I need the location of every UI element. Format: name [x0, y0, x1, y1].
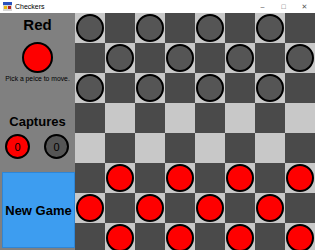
- square-r3c4[interactable]: [195, 103, 225, 133]
- checkers-window: Checkers – □ ✕ Red Pick a peice to move.…: [0, 0, 315, 250]
- red-piece[interactable]: [226, 164, 254, 192]
- black-piece[interactable]: [166, 44, 194, 72]
- square-r1c2[interactable]: [135, 43, 165, 73]
- square-r3c1[interactable]: [105, 103, 135, 133]
- red-piece[interactable]: [76, 194, 104, 222]
- square-r4c3[interactable]: [165, 133, 195, 163]
- square-r0c2[interactable]: [135, 13, 165, 43]
- minimize-button[interactable]: –: [252, 0, 273, 13]
- square-r5c7[interactable]: [285, 163, 315, 193]
- square-r1c1[interactable]: [105, 43, 135, 73]
- square-r2c0[interactable]: [75, 73, 105, 103]
- black-piece[interactable]: [256, 74, 284, 102]
- square-r4c6[interactable]: [255, 133, 285, 163]
- square-r6c5[interactable]: [225, 193, 255, 223]
- titlebar: Checkers – □ ✕: [0, 0, 315, 13]
- captures-label: Captures: [0, 114, 75, 129]
- red-piece[interactable]: [286, 164, 314, 192]
- app-icon: [3, 2, 12, 11]
- square-r5c2[interactable]: [135, 163, 165, 193]
- square-r0c1[interactable]: [105, 13, 135, 43]
- red-piece[interactable]: [256, 194, 284, 222]
- black-piece[interactable]: [136, 74, 164, 102]
- square-r0c4[interactable]: [195, 13, 225, 43]
- black-piece[interactable]: [196, 74, 224, 102]
- red-piece[interactable]: [286, 224, 314, 250]
- square-r6c7[interactable]: [285, 193, 315, 223]
- square-r6c0[interactable]: [75, 193, 105, 223]
- square-r6c4[interactable]: [195, 193, 225, 223]
- close-button[interactable]: ✕: [294, 0, 315, 13]
- square-r3c3[interactable]: [165, 103, 195, 133]
- maximize-button[interactable]: □: [273, 0, 294, 13]
- square-r1c4[interactable]: [195, 43, 225, 73]
- window-controls: – □ ✕: [252, 0, 315, 13]
- square-r0c7[interactable]: [285, 13, 315, 43]
- square-r5c3[interactable]: [165, 163, 195, 193]
- square-r2c1[interactable]: [105, 73, 135, 103]
- square-r0c3[interactable]: [165, 13, 195, 43]
- red-piece[interactable]: [226, 224, 254, 250]
- black-piece[interactable]: [76, 74, 104, 102]
- red-captures-counter: 0: [5, 134, 30, 159]
- square-r7c3[interactable]: [165, 223, 195, 250]
- square-r5c6[interactable]: [255, 163, 285, 193]
- red-piece[interactable]: [136, 194, 164, 222]
- main-content: Red Pick a peice to move. Captures 0 0 N…: [0, 13, 315, 250]
- square-r7c4[interactable]: [195, 223, 225, 250]
- red-piece[interactable]: [166, 224, 194, 250]
- square-r3c2[interactable]: [135, 103, 165, 133]
- red-piece[interactable]: [196, 194, 224, 222]
- square-r4c5[interactable]: [225, 133, 255, 163]
- red-piece[interactable]: [166, 164, 194, 192]
- square-r7c1[interactable]: [105, 223, 135, 250]
- square-r5c1[interactable]: [105, 163, 135, 193]
- checkers-board: [75, 13, 315, 250]
- square-r4c7[interactable]: [285, 133, 315, 163]
- square-r7c5[interactable]: [225, 223, 255, 250]
- sidebar: Red Pick a peice to move. Captures 0 0 N…: [0, 13, 75, 250]
- square-r6c6[interactable]: [255, 193, 285, 223]
- square-r4c2[interactable]: [135, 133, 165, 163]
- black-piece[interactable]: [196, 14, 224, 42]
- square-r1c7[interactable]: [285, 43, 315, 73]
- square-r5c4[interactable]: [195, 163, 225, 193]
- square-r6c1[interactable]: [105, 193, 135, 223]
- black-piece[interactable]: [76, 14, 104, 42]
- square-r3c5[interactable]: [225, 103, 255, 133]
- square-r0c6[interactable]: [255, 13, 285, 43]
- square-r4c1[interactable]: [105, 133, 135, 163]
- black-piece[interactable]: [136, 14, 164, 42]
- square-r2c4[interactable]: [195, 73, 225, 103]
- square-r5c5[interactable]: [225, 163, 255, 193]
- black-piece[interactable]: [226, 44, 254, 72]
- square-r4c4[interactable]: [195, 133, 225, 163]
- square-r1c6[interactable]: [255, 43, 285, 73]
- square-r3c7[interactable]: [285, 103, 315, 133]
- new-game-button[interactable]: New Game: [2, 172, 75, 248]
- status-text: Pick a peice to move.: [0, 75, 75, 82]
- black-piece[interactable]: [256, 14, 284, 42]
- square-r2c5[interactable]: [225, 73, 255, 103]
- square-r2c3[interactable]: [165, 73, 195, 103]
- square-r3c6[interactable]: [255, 103, 285, 133]
- red-piece[interactable]: [106, 224, 134, 250]
- square-r2c2[interactable]: [135, 73, 165, 103]
- square-r1c5[interactable]: [225, 43, 255, 73]
- square-r1c3[interactable]: [165, 43, 195, 73]
- square-r7c2[interactable]: [135, 223, 165, 250]
- square-r6c3[interactable]: [165, 193, 195, 223]
- square-r4c0[interactable]: [75, 133, 105, 163]
- square-r3c0[interactable]: [75, 103, 105, 133]
- black-captures-counter: 0: [44, 134, 69, 159]
- turn-label: Red: [0, 16, 75, 33]
- square-r0c5[interactable]: [225, 13, 255, 43]
- square-r7c0[interactable]: [75, 223, 105, 250]
- turn-piece-indicator: [22, 42, 53, 73]
- black-piece[interactable]: [106, 44, 134, 72]
- black-piece[interactable]: [286, 44, 314, 72]
- square-r1c0[interactable]: [75, 43, 105, 73]
- square-r2c7[interactable]: [285, 73, 315, 103]
- window-title: Checkers: [15, 3, 45, 10]
- red-piece[interactable]: [106, 164, 134, 192]
- square-r7c6[interactable]: [255, 223, 285, 250]
- square-r7c7[interactable]: [285, 223, 315, 250]
- square-r2c6[interactable]: [255, 73, 285, 103]
- square-r0c0[interactable]: [75, 13, 105, 43]
- square-r6c2[interactable]: [135, 193, 165, 223]
- square-r5c0[interactable]: [75, 163, 105, 193]
